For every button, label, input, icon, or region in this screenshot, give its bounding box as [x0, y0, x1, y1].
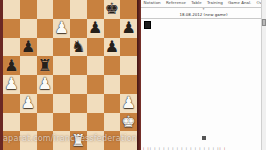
square-d6[interactable] — [53, 38, 70, 57]
game-header: * 18.08.2012 (new game) — [141, 8, 266, 17]
chess-board[interactable]: ♚♟♟♟♟♞♟♟♜♟♟♟♟♚♜ — [3, 0, 137, 150]
toolbar-buttons-accent[interactable]: | | — [143, 147, 150, 150]
square-b3[interactable]: ♟ — [20, 94, 37, 113]
square-e7[interactable] — [70, 19, 87, 38]
square-f6[interactable] — [87, 38, 104, 57]
white-pawn[interactable]: ♟ — [54, 20, 68, 36]
black-pawn[interactable]: ♟ — [121, 20, 135, 36]
panel-resize-handle[interactable] — [202, 136, 206, 140]
square-e6[interactable]: ♞ — [70, 38, 87, 57]
square-g7[interactable] — [104, 19, 121, 38]
notation-start-marker[interactable] — [144, 21, 151, 29]
square-e2[interactable] — [70, 113, 87, 132]
square-f4[interactable] — [87, 75, 104, 94]
square-a3[interactable] — [3, 94, 20, 113]
notation-panel: Notation Reference Table Training Game A… — [141, 0, 266, 150]
square-d3[interactable] — [53, 94, 70, 113]
square-a4[interactable]: ♟ — [3, 75, 20, 94]
panel-scrollbar[interactable] — [261, 0, 266, 150]
square-a7[interactable] — [3, 19, 20, 38]
square-d8[interactable] — [53, 0, 70, 19]
game-date: 18.08.2012 (new game) — [141, 12, 266, 16]
black-pawn[interactable]: ♟ — [88, 20, 102, 36]
square-h5[interactable] — [120, 56, 137, 75]
square-c3[interactable] — [37, 94, 54, 113]
square-f8[interactable] — [87, 0, 104, 19]
square-e3[interactable] — [70, 94, 87, 113]
black-pawn[interactable]: ♟ — [105, 39, 119, 55]
tab-reference[interactable]: Reference — [166, 0, 186, 5]
app-window: ♚♟♟♟♟♞♟♟♜♟♟♟♟♚♜ aparat.com/iranchessfede… — [0, 0, 266, 150]
notation-tab-bar: Notation Reference Table Training Game A… — [141, 0, 266, 4]
black-rook[interactable]: ♜ — [38, 58, 52, 74]
square-b2[interactable] — [20, 113, 37, 132]
toolbar-buttons[interactable]: | | | | | | | | | | | | | | | | — [150, 147, 220, 150]
square-g6[interactable]: ♟ — [104, 38, 121, 57]
square-f3[interactable] — [87, 94, 104, 113]
square-c2[interactable] — [37, 113, 54, 132]
notation-toolbar[interactable]: | || | | | | | | | | | | | | | | || | — [143, 147, 266, 150]
square-b5[interactable] — [20, 56, 37, 75]
square-c6[interactable] — [37, 38, 54, 57]
square-d7[interactable]: ♟ — [53, 19, 70, 38]
tab-game-anal[interactable]: Game Anal. — [228, 0, 251, 5]
square-g8[interactable]: ♚ — [104, 0, 121, 19]
square-a5[interactable]: ♟ — [3, 56, 20, 75]
square-f5[interactable] — [87, 56, 104, 75]
white-pawn[interactable]: ♟ — [121, 95, 135, 111]
square-g4[interactable] — [104, 75, 121, 94]
square-c4[interactable]: ♟ — [37, 75, 54, 94]
black-pawn[interactable]: ♟ — [21, 39, 35, 55]
square-a2[interactable] — [3, 113, 20, 132]
square-b8[interactable] — [20, 0, 37, 19]
square-a6[interactable] — [3, 38, 20, 57]
black-king[interactable]: ♚ — [105, 1, 119, 17]
square-c5[interactable]: ♜ — [37, 56, 54, 75]
square-b4[interactable] — [20, 75, 37, 94]
tab-table[interactable]: Table — [191, 0, 201, 5]
white-pawn[interactable]: ♟ — [4, 76, 18, 92]
black-knight[interactable]: ♞ — [71, 39, 85, 55]
scrollbar-thumb[interactable] — [262, 19, 266, 26]
square-g3[interactable] — [104, 94, 121, 113]
square-f2[interactable] — [87, 113, 104, 132]
square-c7[interactable] — [37, 19, 54, 38]
tab-training[interactable]: Training — [207, 0, 223, 5]
toolbar-buttons-accent-2[interactable]: | | — [219, 147, 226, 150]
tab-notation[interactable]: Notation — [144, 0, 161, 5]
square-a8[interactable] — [3, 0, 20, 19]
square-e5[interactable] — [70, 56, 87, 75]
square-f7[interactable]: ♟ — [87, 19, 104, 38]
white-pawn[interactable]: ♟ — [21, 95, 35, 111]
square-h7[interactable]: ♟ — [120, 19, 137, 38]
square-h3[interactable]: ♟ — [120, 94, 137, 113]
square-e8[interactable] — [70, 0, 87, 19]
square-c8[interactable] — [37, 0, 54, 19]
square-h2[interactable]: ♚ — [120, 113, 137, 132]
white-pawn[interactable]: ♟ — [38, 76, 52, 92]
square-d2[interactable] — [53, 113, 70, 132]
black-pawn[interactable]: ♟ — [4, 58, 18, 74]
header-divider — [141, 18, 266, 19]
square-g5[interactable] — [104, 56, 121, 75]
square-e4[interactable] — [70, 75, 87, 94]
square-g2[interactable] — [104, 113, 121, 132]
white-king[interactable]: ♚ — [121, 114, 135, 130]
square-b7[interactable] — [20, 19, 37, 38]
watermark-text: aparat.com/iranchessfederation — [3, 134, 139, 143]
square-h6[interactable] — [120, 38, 137, 57]
square-b6[interactable]: ♟ — [20, 38, 37, 57]
square-d4[interactable] — [53, 75, 70, 94]
square-h4[interactable] — [120, 75, 137, 94]
square-d5[interactable] — [53, 56, 70, 75]
square-h8[interactable] — [120, 0, 137, 19]
